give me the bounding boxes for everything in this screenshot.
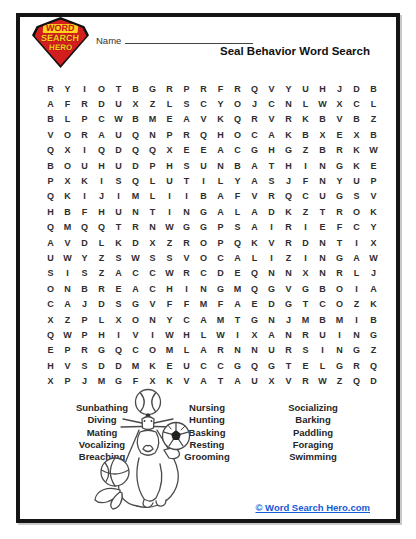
grid-cell-r9c15: K — [280, 204, 297, 219]
grid-cell-r15c8: F — [161, 297, 178, 312]
grid-cell-r5c11: A — [212, 143, 229, 158]
grid-cell-r14c14: G — [263, 281, 280, 296]
grid-cell-r6c6: D — [127, 158, 144, 173]
grid-cell-r11c11: P — [212, 235, 229, 250]
grid-cell-r19c10: C — [195, 358, 212, 373]
grid-cell-r8c11: A — [212, 189, 229, 204]
grid-cell-r7c8: U — [161, 173, 178, 188]
grid-cell-r1c15: Y — [280, 81, 297, 96]
beach-ball-icon — [136, 390, 161, 415]
grid-cell-r14c11: G — [212, 281, 229, 296]
grid-cell-r10c10: G — [195, 220, 212, 235]
word-list-item-paddling: Paddling — [255, 427, 371, 439]
grid-cell-r12c1: U — [42, 250, 59, 265]
grid-cell-r5c7: Q — [144, 143, 161, 158]
grid-cell-r17c15: N — [280, 327, 297, 342]
grid-cell-r10c4: Q — [93, 220, 110, 235]
grid-cell-r9c11: A — [212, 204, 229, 219]
grid-cell-r13c3: S — [76, 266, 93, 281]
grid-cell-r8c5: I — [110, 189, 127, 204]
grid-cell-r2c10: C — [195, 96, 212, 111]
grid-cell-r12c12: A — [229, 250, 246, 265]
grid-cell-r13c12: E — [229, 266, 246, 281]
grid-cell-r11c16: D — [297, 235, 314, 250]
grid-cell-r9c3: F — [76, 204, 93, 219]
grid-cell-r18c5: Q — [110, 343, 127, 358]
grid-cell-r2c7: Z — [144, 96, 161, 111]
grid-cell-r11c7: X — [144, 235, 161, 250]
grid-cell-r2c12: O — [229, 96, 246, 111]
grid-cell-r11c5: K — [110, 235, 127, 250]
grid-cell-r17c13: X — [246, 327, 263, 342]
grid-cell-r1c3: I — [76, 81, 93, 96]
grid-cell-r4c16: B — [297, 127, 314, 142]
grid-cell-r8c7: L — [144, 189, 161, 204]
grid-cell-r17c12: I — [229, 327, 246, 342]
grid-cell-r1c17: H — [314, 81, 331, 96]
grid-cell-r2c5: U — [110, 96, 127, 111]
grid-cell-r16c1: X — [42, 312, 59, 327]
grid-cell-r8c12: F — [229, 189, 246, 204]
grid-cell-r8c4: J — [93, 189, 110, 204]
grid-cell-r18c4: G — [93, 343, 110, 358]
grid-cell-r12c9: V — [178, 250, 195, 265]
grid-cell-r10c20: Y — [365, 220, 382, 235]
grid-cell-r15c12: A — [229, 297, 246, 312]
grid-cell-r7c5: S — [110, 173, 127, 188]
grid-cell-r4c12: O — [229, 127, 246, 142]
grid-cell-r14c4: R — [93, 281, 110, 296]
grid-cell-r14c1: O — [42, 281, 59, 296]
grid-cell-r8c9: I — [178, 189, 195, 204]
grid-cell-r8c3: I — [76, 189, 93, 204]
grid-cell-r19c17: L — [314, 358, 331, 373]
grid-cell-r15c11: F — [212, 297, 229, 312]
grid-cell-r6c14: T — [263, 158, 280, 173]
name-input-line[interactable] — [125, 33, 253, 44]
grid-cell-r20c17: W — [314, 374, 331, 389]
grid-cell-r14c7: C — [144, 281, 161, 296]
grid-cell-r8c10: B — [195, 189, 212, 204]
grid-cell-r12c15: Z — [280, 250, 297, 265]
grid-cell-r18c11: R — [212, 343, 229, 358]
grid-cell-r13c11: D — [212, 266, 229, 281]
word-search-hero-link[interactable]: © Word Search Hero.com — [255, 502, 370, 513]
grid-cell-r9c12: L — [229, 204, 246, 219]
grid-cell-r2c20: L — [365, 96, 382, 111]
grid-cell-r10c9: G — [178, 220, 195, 235]
grid-cell-r13c5: A — [110, 266, 127, 281]
grid-cell-r8c2: K — [59, 189, 76, 204]
grid-cell-r4c1: V — [42, 127, 59, 142]
word-list-column-3: SocializingBarkingPaddlingForagingSwimmi… — [255, 402, 371, 463]
grid-cell-r17c9: H — [178, 327, 195, 342]
grid-cell-r16c6: O — [127, 312, 144, 327]
grid-cell-r1c4: O — [93, 81, 110, 96]
grid-cell-r16c9: C — [178, 312, 195, 327]
grid-cell-r1c6: B — [127, 81, 144, 96]
grid-cell-r1c14: V — [263, 81, 280, 96]
name-label: Name — [96, 35, 121, 46]
grid-cell-r9c16: Z — [297, 204, 314, 219]
grid-cell-r4c15: K — [280, 127, 297, 142]
grid-cell-r5c12: C — [229, 143, 246, 158]
grid-cell-r18c18: N — [331, 343, 348, 358]
grid-cell-r6c2: O — [59, 158, 76, 173]
grid-cell-r2c17: W — [314, 96, 331, 111]
grid-cell-r20c15: V — [280, 374, 297, 389]
grid-cell-r11c17: N — [314, 235, 331, 250]
grid-cell-r15c7: V — [144, 297, 161, 312]
grid-cell-r6c13: A — [246, 158, 263, 173]
grid-cell-r5c17: B — [314, 143, 331, 158]
grid-cell-r17c18: I — [331, 327, 348, 342]
grid-cell-r15c3: J — [76, 297, 93, 312]
grid-cell-r12c4: Z — [93, 250, 110, 265]
grid-cell-r9c18: R — [331, 204, 348, 219]
grid-cell-r13c2: I — [59, 266, 76, 281]
grid-cell-r3c4: C — [93, 112, 110, 127]
grid-cell-r6c5: U — [110, 158, 127, 173]
grid-cell-r16c16: M — [297, 312, 314, 327]
grid-cell-r3c8: E — [161, 112, 178, 127]
grid-cell-r19c15: T — [280, 358, 297, 373]
grid-cell-r18c6: C — [127, 343, 144, 358]
grid-cell-r10c1: Q — [42, 220, 59, 235]
grid-cell-r1c7: G — [144, 81, 161, 96]
grid-cell-r5c6: Q — [127, 143, 144, 158]
grid-cell-r7c2: X — [59, 173, 76, 188]
grid-cell-r18c8: M — [161, 343, 178, 358]
logo-text-hero: HERO — [49, 44, 73, 52]
grid-cell-r17c16: R — [297, 327, 314, 342]
grid-cell-r20c16: R — [297, 374, 314, 389]
grid-cell-r16c2: Z — [59, 312, 76, 327]
logo-text-word: WORD — [43, 24, 78, 33]
grid-cell-r5c16: Z — [297, 143, 314, 158]
grid-cell-r13c20: J — [365, 266, 382, 281]
grid-cell-r2c3: R — [76, 96, 93, 111]
grid-cell-r20c13: U — [246, 374, 263, 389]
grid-cell-r20c1: X — [42, 374, 59, 389]
grid-cell-r16c14: N — [263, 312, 280, 327]
grid-cell-r7c11: L — [212, 173, 229, 188]
grid-cell-r7c4: I — [93, 173, 110, 188]
grid-cell-r2c6: X — [127, 96, 144, 111]
grid-cell-r12c11: C — [212, 250, 229, 265]
grid-cell-r15c6: G — [127, 297, 144, 312]
grid-cell-r17c2: W — [59, 327, 76, 342]
grid-cell-r12c19: A — [348, 250, 365, 265]
grid-cell-r16c13: G — [246, 312, 263, 327]
grid-cell-r3c12: Q — [229, 112, 246, 127]
grid-cell-r2c18: X — [331, 96, 348, 111]
grid-cell-r6c1: B — [42, 158, 59, 173]
grid-cell-r3c1: B — [42, 112, 59, 127]
grid-cell-r16c12: T — [229, 312, 246, 327]
grid-cell-r17c17: U — [314, 327, 331, 342]
grid-cell-r4c8: P — [161, 127, 178, 142]
grid-cell-r3c6: B — [127, 112, 144, 127]
grid-cell-r15c17: C — [314, 297, 331, 312]
grid-cell-r7c18: Y — [331, 173, 348, 188]
grid-cell-r7c19: U — [348, 173, 365, 188]
grid-cell-r7c1: P — [42, 173, 59, 188]
grid-cell-r9c19: O — [348, 204, 365, 219]
grid-cell-r15c9: F — [178, 297, 195, 312]
grid-cell-r3c17: B — [314, 112, 331, 127]
grid-cell-r2c13: J — [246, 96, 263, 111]
grid-cell-r5c2: X — [59, 143, 76, 158]
grid-cell-r17c11: W — [212, 327, 229, 342]
grid-cell-r18c13: N — [246, 343, 263, 358]
grid-cell-r7c13: A — [246, 173, 263, 188]
grid-cell-r7c15: J — [280, 173, 297, 188]
grid-cell-r11c18: T — [331, 235, 348, 250]
grid-cell-r3c5: W — [110, 112, 127, 127]
grid-cell-r19c20: Q — [365, 358, 382, 373]
grid-cell-r2c2: F — [59, 96, 76, 111]
grid-cell-r7c20: P — [365, 173, 382, 188]
grid-cell-r3c18: V — [331, 112, 348, 127]
logo-shield-icon: WORD SEARCH HERO — [32, 17, 89, 68]
grid-cell-r15c18: O — [331, 297, 348, 312]
grid-cell-r10c14: I — [263, 220, 280, 235]
grid-cell-r9c2: B — [59, 204, 76, 219]
grid-cell-r9c13: A — [246, 204, 263, 219]
grid-cell-r17c1: Q — [42, 327, 59, 342]
grid-cell-r9c17: T — [314, 204, 331, 219]
grid-cell-r12c2: W — [59, 250, 76, 265]
grid-cell-r19c11: C — [212, 358, 229, 373]
grid-cell-r1c20: B — [365, 81, 382, 96]
grid-cell-r12c6: W — [127, 250, 144, 265]
grid-cell-r3c15: R — [280, 112, 297, 127]
grid-cell-r8c1: Q — [42, 189, 59, 204]
grid-cell-r14c13: Q — [246, 281, 263, 296]
grid-cell-r14c9: I — [178, 281, 195, 296]
grid-cell-r4c4: A — [93, 127, 110, 142]
grid-cell-r9c1: H — [42, 204, 59, 219]
grid-cell-r20c2: P — [59, 374, 76, 389]
grid-cell-r4c10: Q — [195, 127, 212, 142]
word-search-hero-logo: WORD SEARCH HERO — [32, 17, 89, 68]
grid-cell-r1c19: D — [348, 81, 365, 96]
grid-cell-r7c10: I — [195, 173, 212, 188]
grid-cell-r7c9: T — [178, 173, 195, 188]
grid-cell-r6c9: S — [178, 158, 195, 173]
grid-cell-r5c13: G — [246, 143, 263, 158]
grid-cell-r5c8: X — [161, 143, 178, 158]
grid-cell-r11c1: A — [42, 235, 59, 250]
grid-cell-r4c11: H — [212, 127, 229, 142]
grid-cell-r19c18: G — [331, 358, 348, 373]
grid-cell-r10c3: Q — [76, 220, 93, 235]
grid-cell-r5c20: W — [365, 143, 382, 158]
grid-cell-r18c12: N — [229, 343, 246, 358]
grid-cell-r10c18: F — [331, 220, 348, 235]
grid-cell-r1c18: J — [331, 81, 348, 96]
grid-cell-r8c13: V — [246, 189, 263, 204]
grid-cell-r17c7: I — [144, 327, 161, 342]
grid-cell-r17c5: I — [110, 327, 127, 342]
grid-cell-r8c20: V — [365, 189, 382, 204]
grid-cell-r8c6: M — [127, 189, 144, 204]
grid-cell-r13c4: Z — [93, 266, 110, 281]
grid-cell-r4c14: A — [263, 127, 280, 142]
grid-cell-r4c7: N — [144, 127, 161, 142]
grid-cell-r2c15: N — [280, 96, 297, 111]
grid-cell-r2c8: L — [161, 96, 178, 111]
grid-cell-r17c14: A — [263, 327, 280, 342]
grid-cell-r7c12: Y — [229, 173, 246, 188]
worksheet-page: WORD SEARCH HERO Name Seal Behavior Word… — [0, 0, 416, 539]
grid-cell-r7c7: L — [144, 173, 161, 188]
grid-cell-r15c16: T — [297, 297, 314, 312]
grid-cell-r20c11: T — [212, 374, 229, 389]
grid-cell-r5c4: Q — [93, 143, 110, 158]
grid-cell-r4c5: U — [110, 127, 127, 142]
grid-cell-r16c4: L — [93, 312, 110, 327]
grid-cell-r15c5: S — [110, 297, 127, 312]
grid-cell-r5c14: H — [263, 143, 280, 158]
grid-cell-r10c8: W — [161, 220, 178, 235]
grid-cell-r2c14: C — [263, 96, 280, 111]
grid-cell-r6c18: G — [331, 158, 348, 173]
grid-cell-r18c2: P — [59, 343, 76, 358]
grid-cell-r14c3: B — [76, 281, 93, 296]
grid-cell-r1c12: R — [229, 81, 246, 96]
grid-cell-r19c16: E — [297, 358, 314, 373]
grid-cell-r8c14: R — [263, 189, 280, 204]
grid-cell-r6c11: N — [212, 158, 229, 173]
grid-cell-r16c10: A — [195, 312, 212, 327]
grid-cell-r14c5: E — [110, 281, 127, 296]
grid-cell-r15c2: A — [59, 297, 76, 312]
grid-cell-r8c19: S — [348, 189, 365, 204]
grid-cell-r6c3: U — [76, 158, 93, 173]
grid-cell-r9c10: G — [195, 204, 212, 219]
grid-cell-r16c11: M — [212, 312, 229, 327]
grid-cell-r19c7: K — [144, 358, 161, 373]
grid-cell-r13c1: S — [42, 266, 59, 281]
grid-cell-r12c8: S — [161, 250, 178, 265]
grid-cell-r12c14: I — [263, 250, 280, 265]
grid-cell-r10c11: P — [212, 220, 229, 235]
grid-cell-r11c2: V — [59, 235, 76, 250]
grid-cell-r12c5: S — [110, 250, 127, 265]
grid-cell-r18c17: I — [314, 343, 331, 358]
grid-cell-r11c12: Q — [229, 235, 246, 250]
grid-cell-r19c9: U — [178, 358, 195, 373]
grid-cell-r1c11: F — [212, 81, 229, 96]
grid-cell-r10c19: C — [348, 220, 365, 235]
grid-cell-r12c18: G — [331, 250, 348, 265]
word-list-item-swimming: Swimming — [255, 451, 371, 463]
grid-cell-r14c19: I — [348, 281, 365, 296]
grid-cell-r11c19: I — [348, 235, 365, 250]
grid-cell-r15c20: K — [365, 297, 382, 312]
grid-cell-r18c14: U — [263, 343, 280, 358]
grid-cell-r18c16: S — [297, 343, 314, 358]
grid-cell-r6c10: U — [195, 158, 212, 173]
grid-cell-r16c18: M — [331, 312, 348, 327]
grid-cell-r6c8: H — [161, 158, 178, 173]
grid-cell-r20c18: Z — [331, 374, 348, 389]
grid-cell-r8c8: I — [161, 189, 178, 204]
grid-cell-r3c11: K — [212, 112, 229, 127]
grid-cell-r18c9: L — [178, 343, 195, 358]
grid-cell-r6c16: I — [297, 158, 314, 173]
grid-cell-r3c19: B — [348, 112, 365, 127]
grid-cell-r15c4: D — [93, 297, 110, 312]
grid-cell-r9c6: N — [127, 204, 144, 219]
grid-cell-r13c19: L — [348, 266, 365, 281]
grid-cell-r1c9: P — [178, 81, 195, 96]
grid-cell-r10c12: S — [229, 220, 246, 235]
grid-cell-r13c16: X — [297, 266, 314, 281]
grid-cell-r14c10: N — [195, 281, 212, 296]
grid-cell-r3c3: P — [76, 112, 93, 127]
grid-cell-r2c1: A — [42, 96, 59, 111]
grid-cell-r9c5: U — [110, 204, 127, 219]
grid-cell-r14c20: A — [365, 281, 382, 296]
grid-cell-r5c10: E — [195, 143, 212, 158]
grid-cell-r19c2: V — [59, 358, 76, 373]
grid-cell-r17c20: G — [365, 327, 382, 342]
grid-cell-r9c20: K — [365, 204, 382, 219]
grid-cell-r19c1: H — [42, 358, 59, 373]
grid-cell-r12c3: Y — [76, 250, 93, 265]
grid-cell-r20c19: Q — [348, 374, 365, 389]
grid-cell-r18c1: E — [42, 343, 59, 358]
grid-cell-r9c9: N — [178, 204, 195, 219]
grid-cell-r10c5: T — [110, 220, 127, 235]
word-list-item-foraging: Foraging — [255, 439, 371, 451]
grid-cell-r16c20: B — [365, 312, 382, 327]
grid-cell-r16c17: B — [314, 312, 331, 327]
grid-cell-r6c15: H — [280, 158, 297, 173]
grid-cell-r19c8: E — [161, 358, 178, 373]
seal-illustration — [92, 386, 208, 510]
grid-cell-r13c17: N — [314, 266, 331, 281]
page-title: Seal Behavior Word Search — [220, 45, 370, 57]
grid-cell-r14c17: B — [314, 281, 331, 296]
grid-cell-r5c18: R — [331, 143, 348, 158]
word-list-item-barking: Barking — [255, 414, 371, 426]
grid-cell-r15c1: C — [42, 297, 59, 312]
grid-cell-r12c16: I — [297, 250, 314, 265]
grid-cell-r17c19: N — [348, 327, 365, 342]
word-list-item-socializing: Socializing — [255, 402, 371, 414]
grid-cell-r3c14: V — [263, 112, 280, 127]
grid-cell-r14c15: V — [280, 281, 297, 296]
grid-cell-r16c15: J — [280, 312, 297, 327]
grid-cell-r9c8: I — [161, 204, 178, 219]
grid-cell-r16c3: P — [76, 312, 93, 327]
grid-cell-r7c16: F — [297, 173, 314, 188]
grid-cell-r11c3: D — [76, 235, 93, 250]
grid-cell-r3c13: R — [246, 112, 263, 127]
grid-cell-r2c19: C — [348, 96, 365, 111]
grid-cell-r14c8: H — [161, 281, 178, 296]
grid-cell-r5c1: Q — [42, 143, 59, 158]
grid-cell-r4c2: O — [59, 127, 76, 142]
grid-cell-r1c5: T — [110, 81, 127, 96]
grid-cell-r14c18: O — [331, 281, 348, 296]
grid-cell-r6c7: P — [144, 158, 161, 173]
grid-cell-r17c6: V — [127, 327, 144, 342]
